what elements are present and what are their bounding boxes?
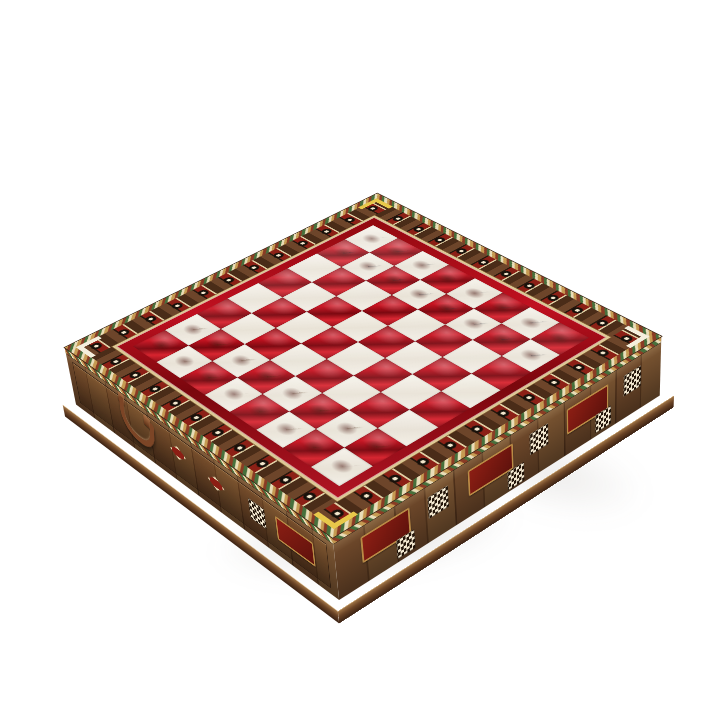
square-g6[interactable] — [443, 340, 501, 373]
piece-contact-shadow — [294, 435, 334, 460]
bishop-glyph-icon: ♝ — [264, 412, 309, 432]
square-d1[interactable]: ♛ — [204, 377, 262, 412]
square-g4[interactable] — [381, 374, 441, 409]
piece-contact-shadow — [322, 454, 363, 480]
pawn-glyph-icon: ♟ — [226, 350, 256, 363]
piece-contact-shadow — [511, 344, 550, 366]
square-f1[interactable]: ♝ — [256, 411, 317, 448]
square-h1[interactable]: ♜ — [311, 447, 374, 486]
square-f2[interactable]: ♟ — [289, 393, 349, 429]
square-g3[interactable] — [349, 392, 409, 428]
checker-inlay — [530, 423, 549, 456]
knight-glyph-icon: ♞ — [165, 347, 205, 364]
square-g2[interactable]: ♟ — [316, 410, 377, 447]
checker-inlay — [624, 365, 642, 396]
pawn-glyph-icon: ♟ — [485, 329, 517, 342]
piece-contact-shadow — [266, 417, 305, 441]
rook-glyph-icon: ♜ — [532, 321, 585, 342]
pawn-glyph-icon: ♟ — [303, 399, 335, 413]
pawn-glyph-icon: ♟ — [358, 434, 391, 449]
square-h6[interactable] — [471, 356, 530, 390]
square-b1[interactable]: ♞ — [156, 345, 213, 378]
knight-glyph-icon: ♞ — [292, 431, 335, 451]
piece-contact-shadow — [240, 400, 279, 424]
king-glyph-icon: ♚ — [232, 391, 286, 416]
square-h7[interactable]: ♟ — [501, 339, 560, 372]
piece-contact-shadow — [300, 399, 339, 423]
square-g1[interactable]: ♞ — [283, 429, 345, 467]
board-top-face: ♜♞♝♛♚♝♞♜♟♟♟♟♟♟♟♟♟♟♟♟♟♟♟♟♜♞♝♛♚♝♞♜ — [65, 193, 662, 537]
piece-contact-shadow — [215, 383, 253, 406]
product-photo-stage: ♜♞♝♛♚♝♞♜♟♟♟♟♟♟♟♟♟♟♟♟♟♟♟♟♜♞♝♛♚♝♞♜ — [0, 0, 720, 720]
square-h4[interactable] — [409, 391, 470, 427]
square-f4[interactable] — [354, 358, 413, 392]
perspective-scene: ♜♞♝♛♚♝♞♜♟♟♟♟♟♟♟♟♟♟♟♟♟♟♟♟♜♞♝♛♚♝♞♜ — [0, 0, 720, 720]
square-e1[interactable]: ♚ — [230, 394, 289, 430]
pawn-glyph-icon: ♟ — [330, 416, 362, 430]
checker-inlay — [428, 485, 449, 519]
square-e3[interactable] — [295, 359, 353, 393]
square-f5[interactable] — [385, 341, 443, 374]
queen-glyph-icon: ♛ — [209, 376, 259, 398]
square-h3[interactable] — [377, 409, 438, 446]
square-f3[interactable] — [322, 375, 381, 410]
pawn-glyph-icon: ♟ — [277, 382, 308, 396]
piece-contact-shadow — [327, 416, 367, 440]
piece-contact-shadow — [273, 382, 311, 405]
piece-contact-shadow — [355, 434, 396, 459]
square-e2[interactable]: ♟ — [263, 376, 322, 411]
square-h8[interactable]: ♜ — [531, 322, 589, 355]
square-h5[interactable] — [441, 373, 501, 408]
square-h2[interactable]: ♟ — [344, 428, 406, 466]
camera-tilt: ♜♞♝♛♚♝♞♜♟♟♟♟♟♟♟♟♟♟♟♟♟♟♟♟♜♞♝♛♚♝♞♜ — [0, 0, 720, 720]
rook-glyph-icon: ♜ — [314, 446, 368, 471]
square-e4[interactable] — [327, 342, 385, 375]
red-inlay — [468, 443, 514, 496]
pawn-glyph-icon: ♟ — [514, 344, 546, 357]
square-g5[interactable] — [412, 357, 471, 391]
